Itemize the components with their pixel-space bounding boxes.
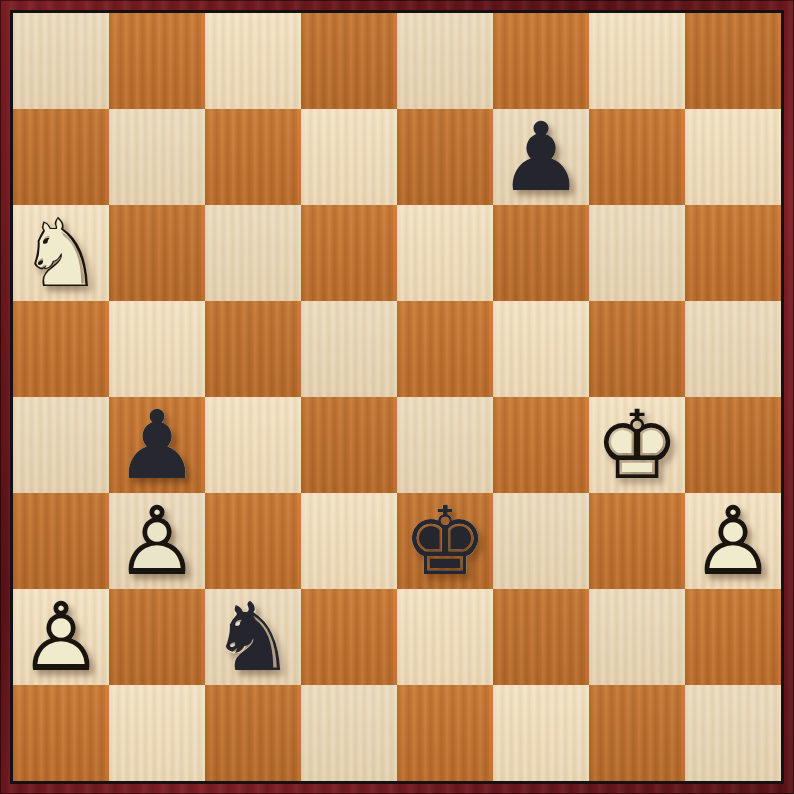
board-inner-frame: ♙♟♞♘♙♟♚♔♟♙♔♚♟♙♟♙♘♞ <box>10 10 784 784</box>
square-g8[interactable] <box>589 13 685 109</box>
square-g4[interactable]: ♚♔ <box>589 397 685 493</box>
square-c7[interactable] <box>205 109 301 205</box>
square-f5[interactable] <box>493 301 589 397</box>
square-b3[interactable]: ♟♙ <box>109 493 205 589</box>
square-d8[interactable] <box>301 13 397 109</box>
piece-glyph-over: ♚ <box>397 493 493 589</box>
square-e3[interactable]: ♔♚ <box>397 493 493 589</box>
square-d7[interactable] <box>301 109 397 205</box>
square-f2[interactable] <box>493 589 589 685</box>
piece-black-king[interactable]: ♔♚ <box>397 493 493 589</box>
square-g6[interactable] <box>589 205 685 301</box>
square-f7[interactable]: ♙♟ <box>493 109 589 205</box>
square-a6[interactable]: ♞♘ <box>13 205 109 301</box>
square-e8[interactable] <box>397 13 493 109</box>
piece-black-pawn[interactable]: ♙♟ <box>493 109 589 205</box>
square-c1[interactable] <box>205 685 301 781</box>
square-d1[interactable] <box>301 685 397 781</box>
square-b2[interactable] <box>109 589 205 685</box>
square-e1[interactable] <box>397 685 493 781</box>
square-c5[interactable] <box>205 301 301 397</box>
square-b4[interactable]: ♙♟ <box>109 397 205 493</box>
chess-board: ♙♟♞♘♙♟♚♔♟♙♔♚♟♙♟♙♘♞ <box>13 13 781 781</box>
square-g1[interactable] <box>589 685 685 781</box>
square-f8[interactable] <box>493 13 589 109</box>
square-a7[interactable] <box>13 109 109 205</box>
square-g3[interactable] <box>589 493 685 589</box>
square-e7[interactable] <box>397 109 493 205</box>
square-g5[interactable] <box>589 301 685 397</box>
square-b6[interactable] <box>109 205 205 301</box>
piece-black-knight[interactable]: ♘♞ <box>205 589 301 685</box>
square-h8[interactable] <box>685 13 781 109</box>
square-e5[interactable] <box>397 301 493 397</box>
square-g2[interactable] <box>589 589 685 685</box>
piece-white-pawn[interactable]: ♟♙ <box>685 493 781 589</box>
square-e4[interactable] <box>397 397 493 493</box>
square-d6[interactable] <box>301 205 397 301</box>
square-a1[interactable] <box>13 685 109 781</box>
square-a8[interactable] <box>13 13 109 109</box>
piece-glyph-over: ♟ <box>109 397 205 493</box>
square-c2[interactable]: ♘♞ <box>205 589 301 685</box>
square-h3[interactable]: ♟♙ <box>685 493 781 589</box>
square-h5[interactable] <box>685 301 781 397</box>
piece-black-pawn[interactable]: ♙♟ <box>109 397 205 493</box>
square-h1[interactable] <box>685 685 781 781</box>
piece-white-pawn[interactable]: ♟♙ <box>109 493 205 589</box>
square-b8[interactable] <box>109 13 205 109</box>
piece-glyph-over: ♟ <box>493 109 589 205</box>
square-e2[interactable] <box>397 589 493 685</box>
piece-glyph-over: ♘ <box>13 205 109 301</box>
square-f4[interactable] <box>493 397 589 493</box>
piece-glyph-over: ♙ <box>109 493 205 589</box>
square-h7[interactable] <box>685 109 781 205</box>
square-f1[interactable] <box>493 685 589 781</box>
square-b1[interactable] <box>109 685 205 781</box>
square-h4[interactable] <box>685 397 781 493</box>
square-d2[interactable] <box>301 589 397 685</box>
square-f3[interactable] <box>493 493 589 589</box>
square-d4[interactable] <box>301 397 397 493</box>
square-g7[interactable] <box>589 109 685 205</box>
square-c6[interactable] <box>205 205 301 301</box>
piece-white-pawn[interactable]: ♟♙ <box>13 589 109 685</box>
square-c8[interactable] <box>205 13 301 109</box>
square-b5[interactable] <box>109 301 205 397</box>
square-a3[interactable] <box>13 493 109 589</box>
piece-glyph-over: ♙ <box>13 589 109 685</box>
board-frame: ♙♟♞♘♙♟♚♔♟♙♔♚♟♙♟♙♘♞ <box>0 0 794 794</box>
piece-glyph-over: ♞ <box>205 589 301 685</box>
square-e6[interactable] <box>397 205 493 301</box>
piece-glyph-over: ♔ <box>589 397 685 493</box>
square-c3[interactable] <box>205 493 301 589</box>
piece-glyph-over: ♙ <box>685 493 781 589</box>
square-a5[interactable] <box>13 301 109 397</box>
square-h2[interactable] <box>685 589 781 685</box>
square-c4[interactable] <box>205 397 301 493</box>
square-d3[interactable] <box>301 493 397 589</box>
square-h6[interactable] <box>685 205 781 301</box>
square-a2[interactable]: ♟♙ <box>13 589 109 685</box>
square-d5[interactable] <box>301 301 397 397</box>
piece-white-knight[interactable]: ♞♘ <box>13 205 109 301</box>
square-b7[interactable] <box>109 109 205 205</box>
square-f6[interactable] <box>493 205 589 301</box>
square-a4[interactable] <box>13 397 109 493</box>
piece-white-king[interactable]: ♚♔ <box>589 397 685 493</box>
